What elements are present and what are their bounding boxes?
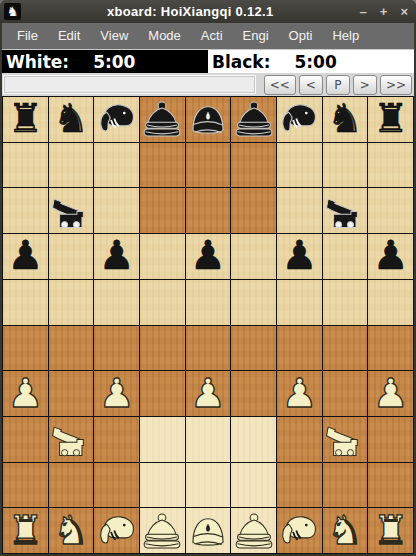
menu-engine[interactable]: Engi	[233, 23, 279, 49]
board-cell[interactable]	[140, 234, 185, 279]
menu-file[interactable]: File	[7, 23, 48, 49]
piece-black-horse: ♞	[327, 98, 363, 138]
piece-white-general	[187, 510, 229, 552]
piece-white-soldier: ♟	[99, 373, 135, 413]
piece-white-advisor	[141, 510, 183, 552]
piece-white-soldier: ♟	[190, 373, 226, 413]
board-cell[interactable]	[94, 143, 139, 188]
board-cell[interactable]	[231, 97, 276, 142]
menu-edit[interactable]: Edit	[48, 23, 90, 49]
piece-white-elephant	[96, 510, 138, 552]
board-cell[interactable]	[323, 280, 368, 325]
board-cell[interactable]	[186, 508, 231, 553]
board-cell[interactable]	[49, 326, 94, 371]
piece-white-soldier: ♟	[7, 373, 43, 413]
white-clock[interactable]: White: 5:00	[2, 50, 208, 73]
board-cell[interactable]	[94, 97, 139, 142]
board-cell[interactable]	[49, 143, 94, 188]
menu-options[interactable]: Opti	[279, 23, 323, 49]
board-cell[interactable]	[231, 463, 276, 508]
piece-black-chariot: ♜	[373, 98, 409, 138]
board-cell[interactable]	[49, 463, 94, 508]
board-cell[interactable]	[323, 463, 368, 508]
menu-action[interactable]: Acti	[191, 23, 233, 49]
piece-black-soldier: ♟	[190, 235, 226, 275]
piece-white-horse: ♞	[53, 510, 89, 550]
white-clock-label: White:	[6, 52, 69, 72]
board-cell[interactable]	[49, 371, 94, 416]
board-cell[interactable]	[277, 188, 322, 233]
minimize-button[interactable]: –	[360, 0, 367, 23]
piece-white-cannon	[324, 418, 366, 460]
board-cell[interactable]: ♞	[323, 97, 368, 142]
board-cell[interactable]	[94, 280, 139, 325]
message-field	[3, 75, 256, 94]
piece-white-horse: ♞	[327, 510, 363, 550]
board-cell[interactable]: ♟	[94, 234, 139, 279]
close-button[interactable]: ×	[400, 0, 408, 23]
board-cell[interactable]	[277, 97, 322, 142]
step-forward-button[interactable]: >	[353, 75, 377, 95]
board-cell[interactable]	[140, 371, 185, 416]
board-cell[interactable]	[140, 97, 185, 142]
board-cell[interactable]: ♞	[49, 97, 94, 142]
board-cell[interactable]	[140, 508, 185, 553]
board-cell[interactable]: ♞	[49, 508, 94, 553]
board-cell[interactable]	[94, 188, 139, 233]
board-cell[interactable]: ♟	[277, 234, 322, 279]
white-clock-time: 5:00	[93, 52, 135, 72]
menu-bar: File Edit View Mode Acti Engi Opti Help	[2, 23, 414, 50]
board-cell[interactable]	[94, 463, 139, 508]
board-cell[interactable]	[323, 371, 368, 416]
app-knight-icon: ♞	[4, 3, 21, 20]
jump-start-button[interactable]: <<	[264, 75, 296, 95]
piece-black-soldier: ♟	[99, 235, 135, 275]
board-cell[interactable]	[277, 417, 322, 462]
board-cell[interactable]	[140, 188, 185, 233]
piece-black-cannon	[324, 190, 366, 232]
board-cell[interactable]	[140, 417, 185, 462]
piece-white-soldier: ♟	[281, 373, 317, 413]
board-cell[interactable]	[368, 143, 413, 188]
piece-white-soldier: ♟	[373, 373, 409, 413]
board-cell[interactable]	[323, 143, 368, 188]
piece-black-soldier: ♟	[7, 235, 43, 275]
board-cell[interactable]	[231, 143, 276, 188]
board-cell[interactable]	[277, 326, 322, 371]
board-cell[interactable]	[140, 143, 185, 188]
board-cell[interactable]	[49, 234, 94, 279]
board-cell[interactable]	[323, 188, 368, 233]
board-cell[interactable]	[186, 143, 231, 188]
board-cell[interactable]: ♟	[94, 371, 139, 416]
board-cell[interactable]	[368, 280, 413, 325]
board-cell[interactable]	[186, 326, 231, 371]
pause-button[interactable]: P	[326, 75, 350, 95]
board-cell[interactable]	[277, 463, 322, 508]
piece-black-chariot: ♜	[7, 98, 43, 138]
piece-black-advisor	[233, 98, 275, 140]
board-cell[interactable]: ♟	[368, 234, 413, 279]
piece-black-elephant	[278, 98, 320, 140]
board-cell[interactable]	[3, 463, 48, 508]
board-cell[interactable]	[140, 280, 185, 325]
piece-white-elephant	[278, 510, 320, 552]
board-cell[interactable]	[368, 326, 413, 371]
board-cell[interactable]	[140, 326, 185, 371]
piece-black-advisor	[141, 98, 183, 140]
board-cell[interactable]	[231, 234, 276, 279]
xiangqi-board: ♜♞♞♜♟♟♟♟♟♟♟♟♟♟♜♞♞♜	[2, 96, 414, 554]
board-cell[interactable]	[94, 326, 139, 371]
board-cell[interactable]	[94, 508, 139, 553]
piece-white-advisor	[233, 510, 275, 552]
black-clock-time: 5:00	[294, 52, 336, 72]
board-cell[interactable]	[231, 371, 276, 416]
board-cell[interactable]: ♟	[368, 371, 413, 416]
board-cell[interactable]: ♜	[368, 97, 413, 142]
board-cell[interactable]	[3, 143, 48, 188]
board-cell[interactable]	[186, 97, 231, 142]
board-cell[interactable]	[323, 326, 368, 371]
window-title: xboard: HoiXiangqi 0.12.1	[21, 4, 360, 19]
board-cell[interactable]	[94, 417, 139, 462]
maximize-button[interactable]: +	[380, 0, 388, 23]
board-cell[interactable]	[368, 417, 413, 462]
board-cell[interactable]	[186, 417, 231, 462]
board-cell[interactable]	[323, 417, 368, 462]
menu-help[interactable]: Help	[322, 23, 369, 49]
board-cell[interactable]	[277, 280, 322, 325]
board-cell[interactable]: ♟	[277, 371, 322, 416]
board-cell[interactable]	[231, 417, 276, 462]
board-cell[interactable]: ♟	[186, 234, 231, 279]
board-cell[interactable]	[231, 508, 276, 553]
black-clock[interactable]: Black: 5:00	[208, 50, 414, 73]
piece-white-cannon	[50, 418, 92, 460]
menu-view[interactable]: View	[90, 23, 138, 49]
board-cell[interactable]	[3, 188, 48, 233]
board-cell[interactable]	[3, 326, 48, 371]
black-clock-label: Black:	[212, 52, 270, 72]
window-body: File Edit View Mode Acti Engi Opti Help …	[2, 23, 414, 554]
board-cell[interactable]	[231, 280, 276, 325]
board-cell[interactable]	[368, 188, 413, 233]
jump-end-button[interactable]: >>	[380, 75, 412, 95]
board-cell[interactable]	[3, 417, 48, 462]
board-cell[interactable]	[231, 326, 276, 371]
board-cell[interactable]: ♜	[3, 508, 48, 553]
board-cell[interactable]	[323, 234, 368, 279]
piece-black-soldier: ♟	[373, 235, 409, 275]
board-cell[interactable]: ♟	[186, 371, 231, 416]
piece-white-chariot: ♜	[7, 510, 43, 550]
board-cell[interactable]	[3, 280, 48, 325]
board-cell[interactable]: ♜	[3, 97, 48, 142]
board-cell[interactable]: ♞	[323, 508, 368, 553]
board-cell[interactable]	[186, 280, 231, 325]
piece-black-general	[187, 98, 229, 140]
nav-bar: << < P > >>	[2, 73, 414, 96]
board-cell[interactable]	[368, 463, 413, 508]
board-cell[interactable]	[49, 280, 94, 325]
piece-black-horse: ♞	[53, 98, 89, 138]
piece-black-soldier: ♟	[281, 235, 317, 275]
title-bar: ♞ xboard: HoiXiangqi 0.12.1 – + ×	[0, 0, 416, 23]
step-back-button[interactable]: <	[299, 75, 323, 95]
board-cell[interactable]	[49, 417, 94, 462]
piece-white-chariot: ♜	[373, 510, 409, 550]
board-cell[interactable]: ♟	[3, 234, 48, 279]
piece-black-cannon	[50, 190, 92, 232]
piece-black-elephant	[96, 98, 138, 140]
board-cell[interactable]	[140, 463, 185, 508]
board-cell[interactable]	[231, 188, 276, 233]
board-cell[interactable]: ♜	[368, 508, 413, 553]
board-cell[interactable]	[277, 508, 322, 553]
board-cell[interactable]	[49, 188, 94, 233]
xboard-window: ♞ xboard: HoiXiangqi 0.12.1 – + × File E…	[0, 0, 416, 556]
board-cell[interactable]	[277, 143, 322, 188]
board-cell[interactable]	[186, 188, 231, 233]
menu-mode[interactable]: Mode	[138, 23, 191, 49]
board-cell[interactable]	[186, 463, 231, 508]
board-cell[interactable]: ♟	[3, 371, 48, 416]
clock-bar: White: 5:00 Black: 5:00	[2, 50, 414, 73]
